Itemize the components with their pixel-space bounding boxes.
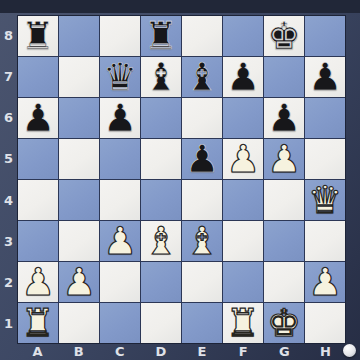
- square-a1[interactable]: ♜: [18, 303, 58, 343]
- board-frame: 87654321 ABCDEFGH ♜♜♚♛♝♝♟♟♟♟♟♟♟♟♛♟♝♝♟♟♟♜…: [0, 0, 360, 360]
- square-a7[interactable]: [18, 57, 58, 97]
- square-h8[interactable]: [305, 16, 345, 56]
- square-f8[interactable]: [223, 16, 263, 56]
- rank-label-8: 8: [0, 15, 17, 56]
- rank-label-1: 1: [0, 303, 17, 344]
- piece-white-pawn[interactable]: ♟: [267, 139, 301, 179]
- rank-label-4: 4: [0, 180, 17, 221]
- piece-white-bishop[interactable]: ♝: [144, 221, 178, 261]
- rank-label-3: 3: [0, 221, 17, 262]
- frame-top-edge: [0, 0, 360, 13]
- square-g2[interactable]: [264, 262, 304, 302]
- square-e4[interactable]: [182, 180, 222, 220]
- piece-black-king[interactable]: ♚: [267, 16, 301, 56]
- square-f4[interactable]: [223, 180, 263, 220]
- square-d6[interactable]: [141, 98, 181, 138]
- square-g4[interactable]: [264, 180, 304, 220]
- square-e5[interactable]: ♟: [182, 139, 222, 179]
- piece-black-pawn[interactable]: ♟: [21, 98, 55, 138]
- square-c3[interactable]: ♟: [100, 221, 140, 261]
- piece-black-rook[interactable]: ♜: [21, 16, 55, 56]
- square-a5[interactable]: [18, 139, 58, 179]
- file-label-c: C: [99, 342, 140, 360]
- piece-white-pawn[interactable]: ♟: [226, 139, 260, 179]
- square-b4[interactable]: [59, 180, 99, 220]
- square-g8[interactable]: ♚: [264, 16, 304, 56]
- rank-label-5: 5: [0, 138, 17, 179]
- piece-white-queen[interactable]: ♛: [308, 180, 342, 220]
- square-e3[interactable]: ♝: [182, 221, 222, 261]
- square-f5[interactable]: ♟: [223, 139, 263, 179]
- rank-label-6: 6: [0, 97, 17, 138]
- piece-black-pawn[interactable]: ♟: [226, 57, 260, 97]
- square-b1[interactable]: [59, 303, 99, 343]
- rank-label-7: 7: [0, 56, 17, 97]
- white-to-move-indicator: [343, 344, 356, 357]
- square-f7[interactable]: ♟: [223, 57, 263, 97]
- piece-white-pawn[interactable]: ♟: [21, 262, 55, 302]
- file-label-h: H: [305, 342, 346, 360]
- piece-white-king[interactable]: ♚: [267, 303, 301, 343]
- square-d4[interactable]: [141, 180, 181, 220]
- piece-black-bishop[interactable]: ♝: [185, 57, 219, 97]
- square-f6[interactable]: [223, 98, 263, 138]
- square-g3[interactable]: [264, 221, 304, 261]
- square-c4[interactable]: [100, 180, 140, 220]
- chess-board: ♜♜♚♛♝♝♟♟♟♟♟♟♟♟♛♟♝♝♟♟♟♜♜♚: [17, 15, 346, 344]
- square-c8[interactable]: [100, 16, 140, 56]
- rank-label-2: 2: [0, 262, 17, 303]
- square-h1[interactable]: [305, 303, 345, 343]
- square-d2[interactable]: [141, 262, 181, 302]
- piece-white-rook[interactable]: ♜: [226, 303, 260, 343]
- square-c5[interactable]: [100, 139, 140, 179]
- square-f1[interactable]: ♜: [223, 303, 263, 343]
- square-c7[interactable]: ♛: [100, 57, 140, 97]
- square-b5[interactable]: [59, 139, 99, 179]
- piece-white-pawn[interactable]: ♟: [62, 262, 96, 302]
- square-e2[interactable]: [182, 262, 222, 302]
- square-g5[interactable]: ♟: [264, 139, 304, 179]
- square-b8[interactable]: [59, 16, 99, 56]
- piece-white-rook[interactable]: ♜: [21, 303, 55, 343]
- square-a3[interactable]: [18, 221, 58, 261]
- square-h4[interactable]: ♛: [305, 180, 345, 220]
- square-g7[interactable]: [264, 57, 304, 97]
- square-a8[interactable]: ♜: [18, 16, 58, 56]
- piece-black-bishop[interactable]: ♝: [144, 57, 178, 97]
- square-d5[interactable]: [141, 139, 181, 179]
- square-d1[interactable]: [141, 303, 181, 343]
- square-b2[interactable]: ♟: [59, 262, 99, 302]
- square-a2[interactable]: ♟: [18, 262, 58, 302]
- square-c1[interactable]: [100, 303, 140, 343]
- piece-white-pawn[interactable]: ♟: [308, 262, 342, 302]
- square-h5[interactable]: [305, 139, 345, 179]
- square-f2[interactable]: [223, 262, 263, 302]
- piece-black-queen[interactable]: ♛: [103, 57, 137, 97]
- square-b3[interactable]: [59, 221, 99, 261]
- square-d7[interactable]: ♝: [141, 57, 181, 97]
- file-label-e: E: [182, 342, 223, 360]
- square-h7[interactable]: ♟: [305, 57, 345, 97]
- square-d8[interactable]: ♜: [141, 16, 181, 56]
- piece-black-pawn[interactable]: ♟: [185, 139, 219, 179]
- square-a4[interactable]: [18, 180, 58, 220]
- piece-black-rook[interactable]: ♜: [144, 16, 178, 56]
- file-label-d: D: [140, 342, 181, 360]
- square-c6[interactable]: ♟: [100, 98, 140, 138]
- square-e7[interactable]: ♝: [182, 57, 222, 97]
- square-b6[interactable]: [59, 98, 99, 138]
- square-d3[interactable]: ♝: [141, 221, 181, 261]
- square-h2[interactable]: ♟: [305, 262, 345, 302]
- square-b7[interactable]: [59, 57, 99, 97]
- square-h3[interactable]: [305, 221, 345, 261]
- piece-white-bishop[interactable]: ♝: [185, 221, 219, 261]
- piece-black-pawn[interactable]: ♟: [103, 98, 137, 138]
- square-a6[interactable]: ♟: [18, 98, 58, 138]
- square-e1[interactable]: [182, 303, 222, 343]
- piece-black-pawn[interactable]: ♟: [308, 57, 342, 97]
- rank-labels: 87654321: [0, 15, 17, 344]
- square-e6[interactable]: [182, 98, 222, 138]
- square-g1[interactable]: ♚: [264, 303, 304, 343]
- file-label-b: B: [58, 342, 99, 360]
- piece-black-pawn[interactable]: ♟: [267, 98, 301, 138]
- square-c2[interactable]: [100, 262, 140, 302]
- square-f3[interactable]: [223, 221, 263, 261]
- square-h6[interactable]: [305, 98, 345, 138]
- piece-white-pawn[interactable]: ♟: [103, 221, 137, 261]
- square-e8[interactable]: [182, 16, 222, 56]
- square-g6[interactable]: ♟: [264, 98, 304, 138]
